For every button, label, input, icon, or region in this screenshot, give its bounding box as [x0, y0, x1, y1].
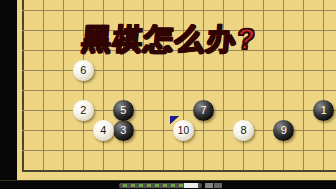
stone-number: 7 — [200, 105, 206, 116]
stone-white-6: 6 — [73, 60, 94, 81]
stone-number: 5 — [120, 105, 126, 116]
grid-hline-4 — [22, 90, 336, 91]
grid-vline-0 — [22, 0, 24, 172]
stone-white-4: 4 — [93, 120, 114, 141]
grid-hline-5 — [22, 110, 336, 111]
grid-hline-0 — [22, 10, 336, 11]
grid-vline-13 — [283, 0, 284, 172]
grid-vline-15 — [323, 0, 324, 172]
grid-vline-1 — [43, 0, 44, 172]
playback-tick — [163, 184, 167, 187]
playback-progress-bar[interactable] — [119, 183, 202, 188]
stone-number: 1 — [321, 105, 327, 116]
stone-number: 6 — [80, 65, 86, 76]
stone-number: 10 — [178, 125, 189, 135]
grid-vline-14 — [303, 0, 304, 172]
playback-tick — [171, 184, 175, 187]
grid-hline-3 — [22, 70, 336, 71]
stone-number: 2 — [80, 105, 86, 116]
lesson-title: 黑棋怎么办? — [80, 20, 283, 60]
stone-white-2: 2 — [73, 100, 94, 121]
playback-tick — [147, 184, 151, 187]
video-frame: 12345678910 黑棋怎么办? — [0, 0, 336, 189]
stone-black-5: 5 — [113, 100, 134, 121]
playback-button-1[interactable] — [205, 183, 213, 188]
playback-tick — [123, 184, 127, 187]
grid-hline-8 — [22, 170, 336, 172]
playback-tick — [179, 184, 183, 187]
letterbox-left — [0, 0, 17, 180]
stone-black-1: 1 — [313, 100, 334, 121]
playback-tick — [139, 184, 143, 187]
stone-white-8: 8 — [233, 120, 254, 141]
playback-tick — [155, 184, 159, 187]
stone-black-3: 3 — [113, 120, 134, 141]
last-move-triangle-icon — [170, 116, 179, 124]
stone-number: 4 — [100, 125, 106, 136]
stone-number: 9 — [281, 125, 287, 136]
playback-tick — [131, 184, 135, 187]
stone-black-7: 7 — [193, 100, 214, 121]
grid-vline-2 — [63, 0, 64, 172]
playback-button-2[interactable] — [214, 183, 222, 188]
stone-number: 8 — [241, 125, 247, 136]
grid-hline-7 — [22, 150, 336, 151]
playback-thumb[interactable] — [184, 183, 198, 188]
stone-number: 3 — [120, 125, 126, 136]
stone-black-9: 9 — [273, 120, 294, 141]
